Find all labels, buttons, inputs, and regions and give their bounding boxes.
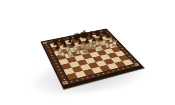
frame-corner-ornament — [103, 30, 108, 32]
square-d6: ♟ — [76, 45, 86, 51]
square-d5: ♛ — [79, 49, 89, 55]
product-photo-scene: ♜♞♝♛♚♝♞♜♟♟♟♟♟♟♟♟♟♟♟♟♟♟♟♟♜♞♝♛♚♝♞♜ — [0, 0, 175, 105]
square-a1 — [66, 73, 78, 80]
frame-corner-ornament — [62, 81, 68, 85]
frame-corner-ornament — [43, 42, 48, 45]
frame-corner-ornament — [134, 63, 140, 66]
